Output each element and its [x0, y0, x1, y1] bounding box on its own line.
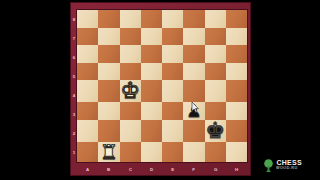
square-c6[interactable] [120, 45, 141, 63]
square-h1[interactable] [226, 142, 247, 162]
square-e2[interactable] [162, 120, 183, 142]
square-h2[interactable] [226, 120, 247, 142]
square-b2[interactable] [98, 120, 119, 142]
logo-line2: WOOD.RU [276, 166, 298, 170]
square-e7[interactable] [162, 28, 183, 46]
file-label-a: A [81, 166, 94, 173]
square-d6[interactable] [141, 45, 162, 63]
file-label-b: B [102, 166, 115, 173]
square-g8[interactable] [205, 10, 226, 28]
square-b1[interactable]: ♜ [98, 142, 119, 162]
square-f1[interactable] [183, 142, 204, 162]
square-a8[interactable] [77, 10, 98, 28]
rank-label-7: 7 [72, 33, 76, 45]
square-h5[interactable] [226, 63, 247, 81]
square-f6[interactable] [183, 45, 204, 63]
file-label-e: E [166, 166, 179, 173]
square-a7[interactable] [77, 28, 98, 46]
mouse-cursor [191, 99, 199, 110]
square-b6[interactable] [98, 45, 119, 63]
board-grid[interactable]: ♚♟♚♜ [77, 10, 247, 162]
logo-line1: CHESS [276, 159, 318, 166]
square-e1[interactable] [162, 142, 183, 162]
rank-label-6: 6 [72, 52, 76, 64]
square-h3[interactable] [226, 102, 247, 120]
tree-icon [263, 159, 274, 173]
square-h4[interactable] [226, 80, 247, 102]
file-label-c: C [124, 166, 137, 173]
square-c7[interactable] [120, 28, 141, 46]
square-d2[interactable] [141, 120, 162, 142]
square-c8[interactable] [120, 10, 141, 28]
rank-label-1: 1 [72, 147, 76, 159]
file-label-f: F [187, 166, 200, 173]
rank-label-8: 8 [72, 14, 76, 26]
square-a1[interactable] [77, 142, 98, 162]
square-a6[interactable] [77, 45, 98, 63]
chess-board: 87654321 ♚♟♚♜ ABCDEFGH [70, 2, 251, 176]
square-g6[interactable] [205, 45, 226, 63]
square-a3[interactable] [77, 102, 98, 120]
square-e6[interactable] [162, 45, 183, 63]
arrow-pointer-icon [191, 102, 199, 113]
chesswood-logo: CHESS WOOD.RU [263, 159, 318, 174]
square-e5[interactable] [162, 63, 183, 81]
square-f8[interactable] [183, 10, 204, 28]
video-frame: 87654321 ♚♟♚♜ ABCDEFGH CHESS WOOD.RU [0, 0, 320, 180]
file-label-h: H [230, 166, 243, 173]
rank-label-5: 5 [72, 71, 76, 83]
square-b8[interactable] [98, 10, 119, 28]
square-c1[interactable] [120, 142, 141, 162]
square-d1[interactable] [141, 142, 162, 162]
square-a5[interactable] [77, 63, 98, 81]
rank-label-4: 4 [72, 90, 76, 102]
square-d3[interactable] [141, 102, 162, 120]
white-king[interactable]: ♚ [120, 80, 141, 102]
square-e4[interactable] [162, 80, 183, 102]
square-d7[interactable] [141, 28, 162, 46]
logo-text: CHESS WOOD.RU [276, 159, 318, 174]
square-g2[interactable]: ♚ [205, 120, 226, 142]
square-f5[interactable] [183, 63, 204, 81]
rank-label-2: 2 [72, 128, 76, 140]
file-label-d: D [145, 166, 158, 173]
square-h8[interactable] [226, 10, 247, 28]
square-e3[interactable] [162, 102, 183, 120]
square-g1[interactable] [205, 142, 226, 162]
file-labels: ABCDEFGH [77, 164, 247, 175]
square-f2[interactable] [183, 120, 204, 142]
file-label-g: G [209, 166, 222, 173]
square-g4[interactable] [205, 80, 226, 102]
white-rook[interactable]: ♜ [98, 142, 119, 162]
square-e8[interactable] [162, 10, 183, 28]
square-g7[interactable] [205, 28, 226, 46]
square-b7[interactable] [98, 28, 119, 46]
square-d4[interactable] [141, 80, 162, 102]
square-a2[interactable] [77, 120, 98, 142]
square-h6[interactable] [226, 45, 247, 63]
square-b4[interactable] [98, 80, 119, 102]
square-c4[interactable]: ♚ [120, 80, 141, 102]
square-d8[interactable] [141, 10, 162, 28]
square-b3[interactable] [98, 102, 119, 120]
square-c3[interactable] [120, 102, 141, 120]
square-c2[interactable] [120, 120, 141, 142]
square-g5[interactable] [205, 63, 226, 81]
square-b5[interactable] [98, 63, 119, 81]
rank-label-3: 3 [72, 109, 76, 121]
square-h7[interactable] [226, 28, 247, 46]
square-f7[interactable] [183, 28, 204, 46]
black-king[interactable]: ♚ [205, 120, 226, 142]
square-a4[interactable] [77, 80, 98, 102]
square-d5[interactable] [141, 63, 162, 81]
